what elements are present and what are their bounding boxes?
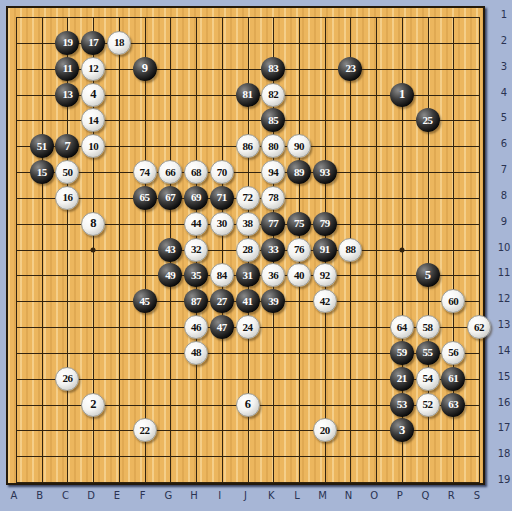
move-number: 83 [268,63,278,74]
move-number: 51 [37,141,47,152]
move-number: 70 [217,167,227,178]
move-number: 58 [423,322,433,333]
column-label-D: D [87,491,95,501]
move-number: 93 [320,167,330,178]
stone-white-H9: 44 [184,212,208,236]
stone-black-R15: 61 [441,367,465,391]
grid-line-vertical [479,17,480,483]
stone-white-H10: 32 [184,238,208,262]
move-number: 33 [268,244,278,255]
move-number: 1 [399,88,405,101]
stone-white-D6: 10 [81,134,105,158]
move-number: 55 [423,347,433,358]
row-label-3: 3 [501,62,507,72]
move-number: 40 [294,270,304,281]
row-label-11: 11 [498,268,511,278]
move-number: 24 [243,322,253,333]
move-number: 56 [448,347,458,358]
move-number: 20 [320,425,330,436]
row-label-4: 4 [501,88,507,98]
move-number: 30 [217,218,227,229]
column-label-B: B [36,491,43,501]
move-number: 67 [165,192,175,203]
stone-white-K4: 82 [261,83,285,107]
column-label-C: C [62,491,69,501]
move-number: 22 [140,425,150,436]
move-number: 77 [268,218,278,229]
move-number: 28 [243,244,253,255]
stone-black-F3: 9 [133,57,157,81]
stone-white-K6: 80 [261,134,285,158]
move-number: 72 [243,192,253,203]
move-number: 76 [294,244,304,255]
stone-black-L7: 89 [287,160,311,184]
move-number: 86 [243,141,253,152]
move-number: 60 [448,296,458,307]
stone-black-C3: 11 [55,57,79,81]
move-number: 13 [62,89,72,100]
stone-black-J11: 31 [236,263,260,287]
move-number: 61 [448,373,458,384]
stone-black-H8: 69 [184,186,208,210]
stone-white-J9: 38 [236,212,260,236]
go-board[interactable]: 1234567891011121314151617181920212223242… [6,6,485,485]
stone-white-G7: 66 [158,160,182,184]
move-number: 5 [425,269,431,282]
stone-white-P13: 64 [390,315,414,339]
move-number: 15 [37,167,47,178]
stone-white-Q13: 58 [416,315,440,339]
move-number: 8 [90,217,96,230]
move-number: 26 [62,373,72,384]
move-number: 21 [397,373,407,384]
row-label-7: 7 [501,165,507,175]
move-number: 38 [243,218,253,229]
stone-black-M9: 79 [313,212,337,236]
row-label-16: 16 [498,398,511,408]
move-number: 71 [217,192,227,203]
stone-white-J6: 86 [236,134,260,158]
stone-white-M12: 42 [313,289,337,313]
stone-white-H7: 68 [184,160,208,184]
move-number: 80 [268,141,278,152]
stone-black-K10: 33 [261,238,285,262]
move-number: 94 [268,167,278,178]
move-number: 74 [140,167,150,178]
stone-white-N10: 88 [338,238,362,262]
move-number: 52 [423,399,433,410]
stone-black-L9: 75 [287,212,311,236]
stone-black-C2: 19 [55,31,79,55]
stone-white-D9: 8 [81,212,105,236]
stone-black-K9: 77 [261,212,285,236]
stone-white-E2: 18 [107,31,131,55]
stone-white-K7: 94 [261,160,285,184]
row-label-1: 1 [501,10,507,20]
row-label-15: 15 [498,372,511,382]
stone-black-I8: 71 [210,186,234,210]
stone-white-J8: 72 [236,186,260,210]
stone-black-B6: 51 [30,134,54,158]
stone-white-I7: 70 [210,160,234,184]
stone-white-D16: 2 [81,393,105,417]
column-label-E: E [114,491,120,501]
move-number: 25 [423,115,433,126]
column-label-L: L [294,491,300,501]
stone-black-J12: 41 [236,289,260,313]
stone-black-K5: 85 [261,108,285,132]
move-number: 65 [140,192,150,203]
move-number: 17 [88,37,98,48]
stone-white-R14: 56 [441,341,465,365]
stone-black-R16: 63 [441,393,465,417]
stone-white-Q15: 54 [416,367,440,391]
stone-white-C8: 16 [55,186,79,210]
move-number: 53 [397,399,407,410]
move-number: 16 [62,192,72,203]
move-number: 54 [423,373,433,384]
stone-white-F7: 74 [133,160,157,184]
stone-black-P4: 1 [390,83,414,107]
column-label-J: J [244,491,247,501]
stone-white-C15: 26 [55,367,79,391]
grid-line-vertical [376,17,377,483]
row-label-17: 17 [498,423,511,433]
stone-black-P16: 53 [390,393,414,417]
stone-black-P15: 21 [390,367,414,391]
stone-white-H13: 46 [184,315,208,339]
move-number: 91 [320,244,330,255]
move-number: 50 [62,167,72,178]
move-number: 79 [320,218,330,229]
column-label-R: R [448,491,455,501]
move-number: 64 [397,322,407,333]
move-number: 32 [191,244,201,255]
stone-black-P17: 3 [390,418,414,442]
row-label-19: 19 [498,475,511,485]
stone-black-F12: 45 [133,289,157,313]
stone-black-N3: 23 [338,57,362,81]
grid-line-horizontal [16,482,480,483]
move-number: 4 [90,88,96,101]
row-label-12: 12 [498,294,511,304]
move-number: 27 [217,296,227,307]
stone-white-H14: 48 [184,341,208,365]
move-number: 88 [345,244,355,255]
column-label-A: A [11,491,18,501]
move-number: 6 [245,398,251,411]
move-number: 35 [191,270,201,281]
stone-white-M11: 92 [313,263,337,287]
move-number: 18 [114,37,124,48]
stone-white-Q16: 52 [416,393,440,417]
row-label-18: 18 [498,449,511,459]
move-number: 36 [268,270,278,281]
stone-black-I12: 27 [210,289,234,313]
board-grid[interactable]: 1234567891011121314151617181920212223242… [16,17,480,483]
stone-white-I9: 30 [210,212,234,236]
row-label-10: 10 [498,243,511,253]
star-point-D10 [91,247,96,252]
stone-black-Q14: 55 [416,341,440,365]
stone-black-G8: 67 [158,186,182,210]
move-number: 39 [268,296,278,307]
stone-white-K11: 36 [261,263,285,287]
move-number: 89 [294,167,304,178]
move-number: 42 [320,296,330,307]
move-number: 48 [191,347,201,358]
stone-white-F17: 22 [133,418,157,442]
stone-black-Q5: 25 [416,108,440,132]
stone-black-C4: 13 [55,83,79,107]
move-number: 2 [90,398,96,411]
move-number: 84 [217,270,227,281]
move-number: 66 [165,167,175,178]
star-point-P10 [399,247,404,252]
move-number: 14 [88,115,98,126]
column-label-P: P [397,491,403,501]
row-label-8: 8 [501,191,507,201]
stone-black-I13: 47 [210,315,234,339]
row-label-5: 5 [501,113,507,123]
stone-white-K8: 78 [261,186,285,210]
stone-black-B7: 15 [30,160,54,184]
stone-white-D5: 14 [81,108,105,132]
stone-white-S13: 62 [467,315,491,339]
move-number: 68 [191,167,201,178]
move-number: 19 [62,37,72,48]
grid-line-horizontal [16,456,480,457]
move-number: 82 [268,89,278,100]
move-number: 75 [294,218,304,229]
move-number: 12 [88,63,98,74]
stone-white-L10: 76 [287,238,311,262]
move-number: 41 [243,296,253,307]
move-number: 46 [191,322,201,333]
stone-white-M17: 20 [313,418,337,442]
stone-black-Q11: 5 [416,263,440,287]
stone-black-H11: 35 [184,263,208,287]
move-number: 87 [191,296,201,307]
stone-black-F8: 65 [133,186,157,210]
stone-black-G10: 43 [158,238,182,262]
stone-white-D4: 4 [81,83,105,107]
move-number: 9 [142,62,148,75]
column-label-I: I [218,491,221,501]
stone-white-I11: 84 [210,263,234,287]
move-number: 85 [268,115,278,126]
stone-white-J10: 28 [236,238,260,262]
move-number: 3 [399,424,405,437]
stone-black-D2: 17 [81,31,105,55]
stone-white-J16: 6 [236,393,260,417]
stone-black-H12: 87 [184,289,208,313]
stone-white-C7: 50 [55,160,79,184]
stone-black-M10: 91 [313,238,337,262]
column-label-S: S [474,491,480,501]
move-number: 43 [165,244,175,255]
move-number: 78 [268,192,278,203]
move-number: 47 [217,322,227,333]
row-label-14: 14 [498,346,511,356]
move-number: 49 [165,270,175,281]
stone-white-J13: 24 [236,315,260,339]
column-label-F: F [140,491,146,501]
move-number: 92 [320,270,330,281]
stone-black-M7: 93 [313,160,337,184]
move-number: 11 [63,63,72,74]
move-number: 44 [191,218,201,229]
stone-white-L6: 90 [287,134,311,158]
row-label-13: 13 [498,320,511,330]
go-board-frame: 1234567891011121314151617181920212223242… [0,0,512,511]
move-number: 59 [397,347,407,358]
stone-white-D3: 12 [81,57,105,81]
row-label-6: 6 [501,139,507,149]
row-label-2: 2 [501,36,507,46]
move-number: 63 [448,399,458,410]
stone-black-G11: 49 [158,263,182,287]
stone-white-R12: 60 [441,289,465,313]
move-number: 62 [474,322,484,333]
column-label-M: M [318,491,327,501]
move-number: 7 [65,140,71,153]
move-number: 69 [191,192,201,203]
column-label-H: H [190,491,198,501]
column-label-Q: Q [422,491,430,501]
move-number: 45 [140,296,150,307]
stone-white-L11: 40 [287,263,311,287]
stone-black-P14: 59 [390,341,414,365]
move-number: 23 [345,63,355,74]
move-number: 10 [88,141,98,152]
stone-black-J4: 81 [236,83,260,107]
move-number: 90 [294,141,304,152]
stone-black-K12: 39 [261,289,285,313]
stone-black-K3: 83 [261,57,285,81]
move-number: 31 [243,270,253,281]
column-label-O: O [370,491,378,501]
column-label-K: K [268,491,275,501]
row-label-9: 9 [501,217,507,227]
move-number: 81 [243,89,253,100]
column-label-G: G [164,491,172,501]
column-label-N: N [345,491,352,501]
stone-black-C6: 7 [55,134,79,158]
